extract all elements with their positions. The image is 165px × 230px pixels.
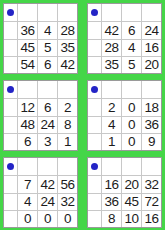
- grid-cell: 16: [101, 175, 121, 192]
- grid-cell: 12: [17, 98, 37, 115]
- grid-cell[interactable]: [141, 4, 161, 21]
- grid-cell: 6: [121, 21, 141, 38]
- grid-cell[interactable]: [57, 81, 77, 98]
- grid-cell: 36: [101, 193, 121, 210]
- grid-cell[interactable]: [4, 116, 17, 133]
- grid-cell: 28: [57, 21, 77, 38]
- grid-cell: 0: [121, 98, 141, 115]
- grid-cell: 1: [57, 133, 77, 150]
- grid-cell[interactable]: [4, 210, 17, 227]
- grid-cell[interactable]: [121, 4, 141, 21]
- blue-dot-icon: [7, 86, 14, 93]
- grid-cell[interactable]: [4, 98, 17, 115]
- grid-cell[interactable]: [4, 56, 17, 73]
- grid-cell: 24: [141, 21, 161, 38]
- grid-cell: 42: [101, 21, 121, 38]
- puzzle-grid-4: 20184036109: [87, 80, 162, 151]
- grid-cell[interactable]: [88, 98, 101, 115]
- grid-cell: 7: [17, 175, 37, 192]
- grid-cell[interactable]: [17, 4, 37, 21]
- grid-cell[interactable]: [4, 193, 17, 210]
- grid-cell: [4, 4, 17, 21]
- grid-cell[interactable]: [17, 158, 37, 175]
- grid-cell[interactable]: [37, 4, 57, 21]
- grid-cell: 1: [101, 133, 121, 150]
- grid-cell: 56: [57, 175, 77, 192]
- grid-cell: 16: [141, 39, 161, 56]
- grid-cell: [4, 81, 17, 98]
- grid-cell: 0: [17, 210, 37, 227]
- grid-cell: 20: [121, 175, 141, 192]
- grid-cell[interactable]: [88, 21, 101, 38]
- grid-cell[interactable]: [88, 116, 101, 133]
- grid-cell: 16: [141, 210, 161, 227]
- grid-cell: 8: [57, 116, 77, 133]
- grid-cell[interactable]: [101, 158, 121, 175]
- grid-cell: 32: [57, 193, 77, 210]
- grid-cell: 5: [37, 39, 57, 56]
- grid-cell: 2: [57, 98, 77, 115]
- grid-cell[interactable]: [88, 133, 101, 150]
- puzzle-grid-6: 16203236457281016: [87, 157, 162, 228]
- grid-cell[interactable]: [121, 158, 141, 175]
- grid-cell[interactable]: [101, 81, 121, 98]
- blue-dot-icon: [91, 9, 98, 16]
- grid-cell: 4: [17, 193, 37, 210]
- grid-cell: [88, 4, 101, 21]
- grid-cell: 4: [121, 39, 141, 56]
- grid-cell[interactable]: [57, 4, 77, 21]
- grid-cell[interactable]: [88, 175, 101, 192]
- grid-cell: 0: [121, 133, 141, 150]
- grid-cell[interactable]: [37, 81, 57, 98]
- puzzle-grid-2: 426242841635520: [87, 3, 162, 74]
- blue-dot-icon: [91, 86, 98, 93]
- grid-cell: 42: [57, 56, 77, 73]
- grid-cell: 0: [57, 210, 77, 227]
- grid-cell[interactable]: [141, 81, 161, 98]
- grid-cell: 4: [37, 21, 57, 38]
- grid-cell: 18: [141, 98, 161, 115]
- grid-cell: 0: [37, 210, 57, 227]
- grid-cell: 24: [37, 193, 57, 210]
- grid-cell: 54: [17, 56, 37, 73]
- grid-cell: 35: [101, 56, 121, 73]
- grid-cell: 45: [121, 193, 141, 210]
- grid-cell[interactable]: [88, 39, 101, 56]
- grid-cell[interactable]: [88, 210, 101, 227]
- grid-cell[interactable]: [57, 158, 77, 175]
- grid-cell: 10: [121, 210, 141, 227]
- blue-dot-icon: [7, 9, 14, 16]
- grid-cell: 72: [141, 193, 161, 210]
- grid-cell: 24: [37, 116, 57, 133]
- grid-cell[interactable]: [37, 158, 57, 175]
- grid-cell: 6: [37, 98, 57, 115]
- grid-cell: 36: [141, 116, 161, 133]
- puzzle-grid-1: 364284553554642: [3, 3, 78, 74]
- worksheet: 364284553554642 426242841635520 12624824…: [0, 0, 165, 230]
- grid-cell: [4, 158, 17, 175]
- grid-cell: [88, 158, 101, 175]
- grid-cell: 35: [57, 39, 77, 56]
- grid-cell: 32: [141, 175, 161, 192]
- grid-cell: 28: [101, 39, 121, 56]
- blue-dot-icon: [7, 163, 14, 170]
- grid-cell: 20: [141, 56, 161, 73]
- grid-cell[interactable]: [141, 158, 161, 175]
- grid-cell[interactable]: [88, 56, 101, 73]
- puzzle-grid-3: 126248248631: [3, 80, 78, 151]
- grid-cell[interactable]: [4, 39, 17, 56]
- grid-cell[interactable]: [4, 175, 17, 192]
- grid-cell: 45: [17, 39, 37, 56]
- blue-dot-icon: [91, 163, 98, 170]
- grid-cell: 9: [141, 133, 161, 150]
- grid-cell[interactable]: [4, 133, 17, 150]
- grid-cell: [88, 81, 101, 98]
- puzzle-grid-5: 7425642432000: [3, 157, 78, 228]
- grid-cell: 6: [37, 56, 57, 73]
- grid-cell: 36: [17, 21, 37, 38]
- grid-cell: 3: [37, 133, 57, 150]
- grid-cell[interactable]: [88, 193, 101, 210]
- grid-cell[interactable]: [101, 4, 121, 21]
- grid-cell: 42: [37, 175, 57, 192]
- grid-cell: 5: [121, 56, 141, 73]
- grid-cell: 4: [101, 116, 121, 133]
- grid-cell[interactable]: [17, 81, 37, 98]
- grid-cell: 6: [17, 133, 37, 150]
- grid-cell: 0: [121, 116, 141, 133]
- grid-cell: 2: [101, 98, 121, 115]
- grid-cell: 48: [17, 116, 37, 133]
- grid-cell[interactable]: [121, 81, 141, 98]
- grid-cell: 8: [101, 210, 121, 227]
- grid-cell[interactable]: [4, 21, 17, 38]
